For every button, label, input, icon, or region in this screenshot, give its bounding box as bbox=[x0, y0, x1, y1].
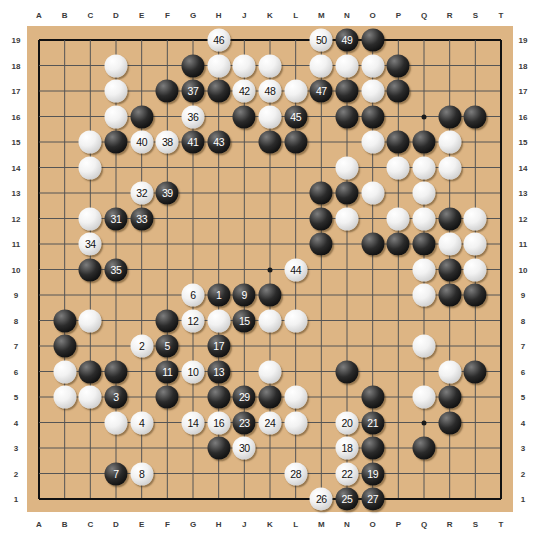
black-stone-d15[interactable] bbox=[105, 131, 128, 154]
white-stone-g8-move-12[interactable]: 12 bbox=[182, 309, 205, 332]
white-stone-o13[interactable] bbox=[361, 182, 384, 205]
white-stone-n18[interactable] bbox=[336, 54, 359, 77]
black-stone-o1-move-27[interactable]: 27 bbox=[361, 488, 384, 511]
move-number: 5 bbox=[165, 341, 170, 352]
white-stone-l5[interactable] bbox=[284, 386, 307, 409]
white-stone-l17[interactable] bbox=[284, 80, 307, 103]
move-number: 4 bbox=[139, 417, 144, 428]
coord-label-left-18: 18 bbox=[12, 61, 21, 70]
move-number: 15 bbox=[239, 315, 250, 326]
black-stone-j9-move-9[interactable]: 9 bbox=[233, 284, 256, 307]
white-stone-e7-move-2[interactable]: 2 bbox=[130, 335, 153, 358]
coord-label-left-1: 1 bbox=[14, 495, 18, 504]
move-number: 17 bbox=[213, 341, 224, 352]
black-stone-d10-move-35[interactable]: 35 bbox=[105, 258, 128, 281]
coord-label-left-11: 11 bbox=[12, 240, 20, 249]
coord-label-right-10: 10 bbox=[519, 265, 528, 274]
white-stone-l10-move-44[interactable]: 44 bbox=[284, 258, 307, 281]
black-stone-q11[interactable] bbox=[413, 233, 436, 256]
star-point-q16 bbox=[422, 114, 427, 119]
black-stone-o3[interactable] bbox=[361, 437, 384, 460]
coord-label-right-18: 18 bbox=[519, 61, 528, 70]
white-stone-k16[interactable] bbox=[259, 105, 282, 128]
white-stone-s10[interactable] bbox=[464, 258, 487, 281]
white-stone-d4[interactable] bbox=[105, 411, 128, 434]
black-stone-r12[interactable] bbox=[438, 207, 461, 230]
black-stone-r10[interactable] bbox=[438, 258, 461, 281]
white-stone-n12[interactable] bbox=[336, 207, 359, 230]
move-number: 47 bbox=[316, 86, 327, 97]
black-stone-p11[interactable] bbox=[387, 233, 410, 256]
black-stone-m12[interactable] bbox=[310, 207, 333, 230]
coord-label-left-9: 9 bbox=[14, 291, 18, 300]
coord-label-bottom-o: O bbox=[370, 520, 376, 529]
white-stone-p12[interactable] bbox=[387, 207, 410, 230]
black-stone-k9[interactable] bbox=[259, 284, 282, 307]
move-number: 1 bbox=[216, 290, 221, 301]
coord-label-top-o: O bbox=[370, 11, 376, 20]
white-stone-n14[interactable] bbox=[336, 156, 359, 179]
black-stone-o11[interactable] bbox=[361, 233, 384, 256]
black-stone-f5[interactable] bbox=[156, 386, 179, 409]
coord-label-top-b: B bbox=[62, 11, 68, 20]
white-stone-s11[interactable] bbox=[464, 233, 487, 256]
move-number: 19 bbox=[367, 468, 378, 479]
black-stone-o4-move-21[interactable]: 21 bbox=[361, 411, 384, 434]
white-stone-s12[interactable] bbox=[464, 207, 487, 230]
black-stone-r5[interactable] bbox=[438, 386, 461, 409]
move-number: 37 bbox=[188, 86, 199, 97]
coord-label-left-10: 10 bbox=[12, 265, 21, 274]
coord-label-bottom-t: T bbox=[499, 520, 504, 529]
white-stone-r6[interactable] bbox=[438, 360, 461, 383]
coord-label-bottom-m: M bbox=[318, 520, 325, 529]
coord-label-left-5: 5 bbox=[14, 393, 18, 402]
white-stone-g16-move-36[interactable]: 36 bbox=[182, 105, 205, 128]
black-stone-r16[interactable] bbox=[438, 105, 461, 128]
black-stone-d12-move-31[interactable]: 31 bbox=[105, 207, 128, 230]
black-stone-q15[interactable] bbox=[413, 131, 436, 154]
move-number: 41 bbox=[188, 137, 199, 148]
black-stone-j16[interactable] bbox=[233, 105, 256, 128]
white-stone-n4-move-20[interactable]: 20 bbox=[336, 411, 359, 434]
move-number: 35 bbox=[111, 264, 122, 275]
coord-label-top-h: H bbox=[216, 11, 222, 20]
black-stone-h6-move-13[interactable]: 13 bbox=[207, 360, 230, 383]
coord-label-bottom-c: C bbox=[87, 520, 93, 529]
move-number: 34 bbox=[85, 239, 96, 250]
black-stone-h9-move-1[interactable]: 1 bbox=[207, 284, 230, 307]
coord-label-top-d: D bbox=[113, 11, 119, 20]
black-stone-g15-move-41[interactable]: 41 bbox=[182, 131, 205, 154]
coord-label-top-a: A bbox=[36, 11, 42, 20]
move-number: 27 bbox=[367, 494, 378, 505]
black-stone-e12-move-33[interactable]: 33 bbox=[130, 207, 153, 230]
coord-label-right-15: 15 bbox=[519, 138, 528, 147]
move-number: 8 bbox=[139, 468, 144, 479]
coord-label-right-17: 17 bbox=[519, 87, 528, 96]
coord-label-top-r: R bbox=[447, 11, 453, 20]
black-stone-h5[interactable] bbox=[207, 386, 230, 409]
black-stone-n17[interactable] bbox=[336, 80, 359, 103]
coord-label-bottom-r: R bbox=[447, 520, 453, 529]
white-stone-g6-move-10[interactable]: 10 bbox=[182, 360, 205, 383]
white-stone-h4-move-16[interactable]: 16 bbox=[207, 411, 230, 434]
coord-label-right-1: 1 bbox=[521, 495, 525, 504]
coord-label-right-4: 4 bbox=[521, 418, 525, 427]
white-stone-j3-move-30[interactable]: 30 bbox=[233, 437, 256, 460]
white-stone-c12[interactable] bbox=[79, 207, 102, 230]
coord-label-top-q: Q bbox=[421, 11, 427, 20]
coord-label-top-c: C bbox=[87, 11, 93, 20]
white-stone-m18[interactable] bbox=[310, 54, 333, 77]
white-stone-r11[interactable] bbox=[438, 233, 461, 256]
move-number: 24 bbox=[265, 417, 276, 428]
white-stone-g9-move-6[interactable]: 6 bbox=[182, 284, 205, 307]
move-number: 9 bbox=[242, 290, 247, 301]
black-stone-c6[interactable] bbox=[79, 360, 102, 383]
black-stone-m13[interactable] bbox=[310, 182, 333, 205]
coord-label-bottom-g: G bbox=[190, 520, 196, 529]
black-stone-n13[interactable] bbox=[336, 182, 359, 205]
coord-label-left-16: 16 bbox=[12, 112, 21, 121]
move-number: 3 bbox=[113, 392, 118, 403]
black-stone-k5[interactable] bbox=[259, 386, 282, 409]
black-stone-s6[interactable] bbox=[464, 360, 487, 383]
white-stone-d17[interactable] bbox=[105, 80, 128, 103]
black-stone-n16[interactable] bbox=[336, 105, 359, 128]
coord-label-bottom-d: D bbox=[113, 520, 119, 529]
move-number: 28 bbox=[290, 468, 301, 479]
move-number: 20 bbox=[342, 417, 353, 428]
coord-label-bottom-f: F bbox=[165, 520, 170, 529]
white-stone-j17-move-42[interactable]: 42 bbox=[233, 80, 256, 103]
move-number: 31 bbox=[111, 213, 122, 224]
coord-label-left-15: 15 bbox=[12, 138, 21, 147]
black-stone-o19[interactable] bbox=[361, 29, 384, 52]
coord-label-left-8: 8 bbox=[14, 316, 18, 325]
white-stone-k18[interactable] bbox=[259, 54, 282, 77]
black-stone-f13-move-39[interactable]: 39 bbox=[156, 182, 179, 205]
black-stone-f8[interactable] bbox=[156, 309, 179, 332]
coord-label-top-k: K bbox=[267, 11, 273, 20]
coord-label-right-14: 14 bbox=[519, 163, 528, 172]
black-stone-m11[interactable] bbox=[310, 233, 333, 256]
white-stone-f15-move-38[interactable]: 38 bbox=[156, 131, 179, 154]
coord-label-top-n: N bbox=[344, 11, 350, 20]
coord-label-top-l: L bbox=[293, 11, 298, 20]
coord-label-top-p: P bbox=[396, 11, 401, 20]
black-stone-p17[interactable] bbox=[387, 80, 410, 103]
coord-label-right-19: 19 bbox=[519, 36, 528, 45]
move-number: 2 bbox=[139, 341, 144, 352]
white-stone-l8[interactable] bbox=[284, 309, 307, 332]
black-stone-k15[interactable] bbox=[259, 131, 282, 154]
coord-label-top-j: J bbox=[242, 11, 246, 20]
white-stone-e15-move-40[interactable]: 40 bbox=[130, 131, 153, 154]
white-stone-m19-move-50[interactable]: 50 bbox=[310, 29, 333, 52]
coord-label-bottom-k: K bbox=[267, 520, 273, 529]
black-stone-r9[interactable] bbox=[438, 284, 461, 307]
black-stone-g17-move-37[interactable]: 37 bbox=[182, 80, 205, 103]
white-stone-r15[interactable] bbox=[438, 131, 461, 154]
move-number: 25 bbox=[342, 494, 353, 505]
move-number: 14 bbox=[188, 417, 199, 428]
coord-label-top-e: E bbox=[139, 11, 144, 20]
coord-label-top-g: G bbox=[190, 11, 196, 20]
coord-label-top-s: S bbox=[473, 11, 478, 20]
coord-label-bottom-e: E bbox=[139, 520, 144, 529]
black-stone-f7-move-5[interactable]: 5 bbox=[156, 335, 179, 358]
coord-label-right-13: 13 bbox=[519, 189, 528, 198]
move-number: 48 bbox=[265, 86, 276, 97]
move-number: 12 bbox=[188, 315, 199, 326]
coord-label-right-6: 6 bbox=[521, 367, 525, 376]
black-stone-j4-move-23[interactable]: 23 bbox=[233, 411, 256, 434]
move-number: 32 bbox=[136, 188, 147, 199]
black-stone-r4[interactable] bbox=[438, 411, 461, 434]
white-stone-m1-move-26[interactable]: 26 bbox=[310, 488, 333, 511]
move-number: 36 bbox=[188, 111, 199, 122]
move-number: 16 bbox=[213, 417, 224, 428]
white-stone-l4[interactable] bbox=[284, 411, 307, 434]
coord-label-left-17: 17 bbox=[12, 87, 21, 96]
white-stone-o15[interactable] bbox=[361, 131, 384, 154]
coord-label-left-14: 14 bbox=[12, 163, 21, 172]
white-stone-n2-move-22[interactable]: 22 bbox=[336, 462, 359, 485]
coord-label-left-3: 3 bbox=[14, 444, 18, 453]
white-stone-c11-move-34[interactable]: 34 bbox=[79, 233, 102, 256]
white-stone-h18[interactable] bbox=[207, 54, 230, 77]
black-stone-f6-move-11[interactable]: 11 bbox=[156, 360, 179, 383]
coord-label-top-t: T bbox=[499, 11, 504, 20]
move-number: 6 bbox=[190, 290, 195, 301]
black-stone-p15[interactable] bbox=[387, 131, 410, 154]
coord-label-top-f: F bbox=[165, 11, 170, 20]
move-number: 50 bbox=[316, 35, 327, 46]
white-stone-d16[interactable] bbox=[105, 105, 128, 128]
coord-label-right-8: 8 bbox=[521, 316, 525, 325]
move-number: 33 bbox=[136, 213, 147, 224]
black-stone-o16[interactable] bbox=[361, 105, 384, 128]
white-stone-p14[interactable] bbox=[387, 156, 410, 179]
move-number: 38 bbox=[162, 137, 173, 148]
white-stone-k6[interactable] bbox=[259, 360, 282, 383]
coord-label-right-7: 7 bbox=[521, 342, 525, 351]
black-stone-d5-move-3[interactable]: 3 bbox=[105, 386, 128, 409]
coord-label-bottom-h: H bbox=[216, 520, 222, 529]
move-number: 26 bbox=[316, 494, 327, 505]
white-stone-b5[interactable] bbox=[53, 386, 76, 409]
black-stone-o5[interactable] bbox=[361, 386, 384, 409]
move-number: 18 bbox=[342, 443, 353, 454]
black-stone-h15-move-43[interactable]: 43 bbox=[207, 131, 230, 154]
black-stone-c10[interactable] bbox=[79, 258, 102, 281]
coord-label-right-12: 12 bbox=[519, 214, 528, 223]
move-number: 43 bbox=[213, 137, 224, 148]
move-number: 44 bbox=[290, 264, 301, 275]
white-stone-e4-move-4[interactable]: 4 bbox=[130, 411, 153, 434]
coord-label-left-13: 13 bbox=[12, 189, 21, 198]
coord-label-right-3: 3 bbox=[521, 444, 525, 453]
black-stone-p18[interactable] bbox=[387, 54, 410, 77]
coord-label-bottom-j: J bbox=[242, 520, 246, 529]
move-number: 22 bbox=[342, 468, 353, 479]
move-number: 40 bbox=[136, 137, 147, 148]
white-stone-e13-move-32[interactable]: 32 bbox=[130, 182, 153, 205]
coord-label-bottom-q: Q bbox=[421, 520, 427, 529]
black-stone-h17[interactable] bbox=[207, 80, 230, 103]
black-stone-d2-move-7[interactable]: 7 bbox=[105, 462, 128, 485]
move-number: 7 bbox=[113, 468, 118, 479]
move-number: 29 bbox=[239, 392, 250, 403]
coord-label-left-2: 2 bbox=[14, 469, 18, 478]
move-number: 30 bbox=[239, 443, 250, 454]
move-number: 42 bbox=[239, 86, 250, 97]
white-stone-b6[interactable] bbox=[53, 360, 76, 383]
move-number: 21 bbox=[367, 417, 378, 428]
white-stone-q14[interactable] bbox=[413, 156, 436, 179]
white-stone-o18[interactable] bbox=[361, 54, 384, 77]
coord-label-bottom-s: S bbox=[473, 520, 478, 529]
coord-label-left-4: 4 bbox=[14, 418, 18, 427]
white-stone-h8[interactable] bbox=[207, 309, 230, 332]
star-point-k10 bbox=[268, 267, 273, 272]
white-stone-n3-move-18[interactable]: 18 bbox=[336, 437, 359, 460]
white-stone-c8[interactable] bbox=[79, 309, 102, 332]
black-stone-m17-move-47[interactable]: 47 bbox=[310, 80, 333, 103]
white-stone-l2-move-28[interactable]: 28 bbox=[284, 462, 307, 485]
move-number: 45 bbox=[290, 111, 301, 122]
black-stone-f17[interactable] bbox=[156, 80, 179, 103]
black-stone-e16[interactable] bbox=[130, 105, 153, 128]
coord-label-top-m: M bbox=[318, 11, 325, 20]
white-stone-g4-move-14[interactable]: 14 bbox=[182, 411, 205, 434]
coord-label-bottom-b: B bbox=[62, 520, 68, 529]
black-stone-l15[interactable] bbox=[284, 131, 307, 154]
move-number: 46 bbox=[213, 35, 224, 46]
coord-label-left-6: 6 bbox=[14, 367, 18, 376]
black-stone-h3[interactable] bbox=[207, 437, 230, 460]
white-stone-k17-move-48[interactable]: 48 bbox=[259, 80, 282, 103]
black-stone-n19-move-49[interactable]: 49 bbox=[336, 29, 359, 52]
move-number: 13 bbox=[213, 366, 224, 377]
coord-label-right-11: 11 bbox=[519, 240, 527, 249]
white-stone-k8[interactable] bbox=[259, 309, 282, 332]
black-stone-s16[interactable] bbox=[464, 105, 487, 128]
white-stone-o17[interactable] bbox=[361, 80, 384, 103]
move-number: 11 bbox=[162, 366, 172, 377]
coord-label-left-12: 12 bbox=[12, 214, 21, 223]
go-diagram-page: AABBCCDDEEFFGGHHJJKKLLMMNNOOPPQQRRSSTT19… bbox=[0, 0, 540, 540]
white-stone-j18[interactable] bbox=[233, 54, 256, 77]
white-stone-q12[interactable] bbox=[413, 207, 436, 230]
white-stone-d18[interactable] bbox=[105, 54, 128, 77]
white-stone-q9[interactable] bbox=[413, 284, 436, 307]
coord-label-right-5: 5 bbox=[521, 393, 525, 402]
white-stone-q7[interactable] bbox=[413, 335, 436, 358]
black-stone-s9[interactable] bbox=[464, 284, 487, 307]
coord-label-bottom-a: A bbox=[36, 520, 42, 529]
white-stone-c15[interactable] bbox=[79, 131, 102, 154]
white-stone-q10[interactable] bbox=[413, 258, 436, 281]
black-stone-o2-move-19[interactable]: 19 bbox=[361, 462, 384, 485]
coord-label-left-7: 7 bbox=[14, 342, 18, 351]
black-stone-g18[interactable] bbox=[182, 54, 205, 77]
white-stone-c14[interactable] bbox=[79, 156, 102, 179]
coord-label-bottom-l: L bbox=[293, 520, 298, 529]
black-stone-b8[interactable] bbox=[53, 309, 76, 332]
black-stone-d6[interactable] bbox=[105, 360, 128, 383]
coord-label-bottom-n: N bbox=[344, 520, 350, 529]
move-number: 23 bbox=[239, 417, 250, 428]
move-number: 10 bbox=[188, 366, 199, 377]
black-stone-n6[interactable] bbox=[336, 360, 359, 383]
coord-label-right-9: 9 bbox=[521, 291, 525, 300]
move-number: 39 bbox=[162, 188, 173, 199]
coord-label-bottom-p: P bbox=[396, 520, 401, 529]
black-stone-b7[interactable] bbox=[53, 335, 76, 358]
white-stone-e2-move-8[interactable]: 8 bbox=[130, 462, 153, 485]
white-stone-h19-move-46[interactable]: 46 bbox=[207, 29, 230, 52]
black-stone-q3[interactable] bbox=[413, 437, 436, 460]
coord-label-left-19: 19 bbox=[12, 36, 21, 45]
white-stone-k4-move-24[interactable]: 24 bbox=[259, 411, 282, 434]
white-stone-q5[interactable] bbox=[413, 386, 436, 409]
coord-label-right-2: 2 bbox=[521, 469, 525, 478]
move-number: 49 bbox=[342, 35, 353, 46]
black-stone-j5-move-29[interactable]: 29 bbox=[233, 386, 256, 409]
coord-label-right-16: 16 bbox=[519, 112, 528, 121]
black-stone-h7-move-17[interactable]: 17 bbox=[207, 335, 230, 358]
black-stone-j8-move-15[interactable]: 15 bbox=[233, 309, 256, 332]
black-stone-l16-move-45[interactable]: 45 bbox=[284, 105, 307, 128]
white-stone-r14[interactable] bbox=[438, 156, 461, 179]
white-stone-q13[interactable] bbox=[413, 182, 436, 205]
star-point-q4 bbox=[422, 420, 427, 425]
black-stone-n1-move-25[interactable]: 25 bbox=[336, 488, 359, 511]
white-stone-c5[interactable] bbox=[79, 386, 102, 409]
